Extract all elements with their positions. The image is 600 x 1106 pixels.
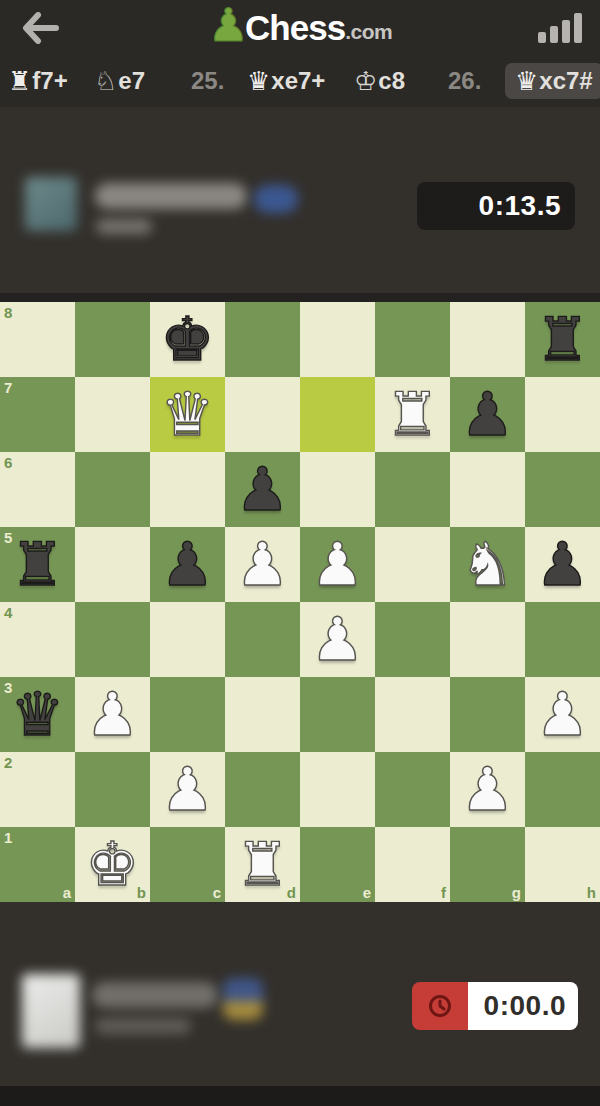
- square-b2[interactable]: [75, 752, 150, 827]
- square-e3[interactable]: [300, 677, 375, 752]
- square-a4[interactable]: 4: [0, 602, 75, 677]
- clock-top: 0:13.5: [417, 182, 575, 230]
- piece-wP-d5[interactable]: ♟: [225, 527, 300, 602]
- square-c6[interactable]: [150, 452, 225, 527]
- move-entry[interactable]: ♛xe7+: [247, 55, 325, 107]
- move-number: 25.: [191, 55, 224, 107]
- file-label-f: f: [441, 884, 446, 901]
- square-d5[interactable]: ♟: [225, 527, 300, 602]
- square-f8[interactable]: [375, 302, 450, 377]
- move-entry[interactable]: ♘e7: [94, 55, 145, 107]
- rook-figurine-icon: ♜: [8, 66, 31, 96]
- logo-text: Chess: [245, 8, 345, 48]
- square-d3[interactable]: [225, 677, 300, 752]
- back-icon[interactable]: [22, 12, 60, 44]
- square-g4[interactable]: [450, 602, 525, 677]
- square-h8[interactable]: ♜: [525, 302, 600, 377]
- square-h1[interactable]: h: [525, 827, 600, 902]
- square-e5[interactable]: ♟: [300, 527, 375, 602]
- square-e6[interactable]: [300, 452, 375, 527]
- square-g5[interactable]: ♞: [450, 527, 525, 602]
- move-list: ♜f7+ ♘e7 25. ♛xe7+ ♔c8 26. ♛xc7#: [0, 55, 600, 107]
- move-entry-current[interactable]: ♛xc7#: [505, 63, 600, 99]
- square-b5[interactable]: [75, 527, 150, 602]
- square-h5[interactable]: ♟: [525, 527, 600, 602]
- square-a3[interactable]: 3♛: [0, 677, 75, 752]
- clock-flag-red: [412, 982, 468, 1030]
- file-label-a: a: [63, 884, 71, 901]
- piece-wP-g2[interactable]: ♟: [450, 752, 525, 827]
- top-bar: ♟ Chess .com: [0, 0, 600, 55]
- square-g7[interactable]: ♟: [450, 377, 525, 452]
- square-c3[interactable]: [150, 677, 225, 752]
- square-a1[interactable]: 1a: [0, 827, 75, 902]
- square-b4[interactable]: [75, 602, 150, 677]
- square-g6[interactable]: [450, 452, 525, 527]
- chess-app-screen: ♟ Chess .com ♜f7+ ♘e7 25. ♛xe7+ ♔c8 26. …: [0, 0, 600, 1106]
- square-f5[interactable]: [375, 527, 450, 602]
- piece-bR-h8[interactable]: ♜: [525, 302, 600, 377]
- square-f7[interactable]: ♜: [375, 377, 450, 452]
- square-c4[interactable]: [150, 602, 225, 677]
- square-d4[interactable]: [225, 602, 300, 677]
- square-b1[interactable]: b♚: [75, 827, 150, 902]
- piece-wQ-c7[interactable]: ♛: [150, 377, 225, 452]
- player-subtext-blurred: [96, 219, 152, 234]
- rank-label-2: 2: [4, 754, 12, 771]
- square-d7[interactable]: [225, 377, 300, 452]
- rank-label-4: 4: [4, 604, 12, 621]
- piece-wR-f7[interactable]: ♜: [375, 377, 450, 452]
- flag-icon: [254, 185, 298, 213]
- board-top-shadow: [0, 293, 600, 302]
- square-h6[interactable]: [525, 452, 600, 527]
- clock-bottom: 0:00.0: [412, 982, 578, 1030]
- piece-wR-d1[interactable]: ♜: [225, 827, 300, 902]
- square-c1[interactable]: c: [150, 827, 225, 902]
- piece-bP-d6[interactable]: ♟: [225, 452, 300, 527]
- square-h4[interactable]: [525, 602, 600, 677]
- square-b8[interactable]: [75, 302, 150, 377]
- square-f6[interactable]: [375, 452, 450, 527]
- piece-wP-e5[interactable]: ♟: [300, 527, 375, 602]
- square-d6[interactable]: ♟: [225, 452, 300, 527]
- rank-label-6: 6: [4, 454, 12, 471]
- move-entry[interactable]: ♔c8: [354, 55, 405, 107]
- square-b7[interactable]: [75, 377, 150, 452]
- square-d1[interactable]: d♜: [225, 827, 300, 902]
- square-c5[interactable]: ♟: [150, 527, 225, 602]
- piece-bP-g7[interactable]: ♟: [450, 377, 525, 452]
- piece-bK-c8[interactable]: ♚: [150, 302, 225, 377]
- file-label-c: c: [213, 884, 221, 901]
- piece-bP-h5[interactable]: ♟: [525, 527, 600, 602]
- square-c8[interactable]: ♚: [150, 302, 225, 377]
- piece-wN-g5[interactable]: ♞: [450, 527, 525, 602]
- rank-label-1: 1: [4, 829, 12, 846]
- queen-figurine-icon: ♛: [247, 66, 270, 96]
- square-e8[interactable]: [300, 302, 375, 377]
- square-g8[interactable]: [450, 302, 525, 377]
- rank-label-8: 8: [4, 304, 12, 321]
- clock-bottom-time: 0:00.0: [468, 982, 578, 1030]
- logo-text-com: .com: [345, 20, 392, 44]
- square-a2[interactable]: 2: [0, 752, 75, 827]
- square-h2[interactable]: [525, 752, 600, 827]
- square-b6[interactable]: [75, 452, 150, 527]
- piece-wP-b3[interactable]: ♟: [75, 677, 150, 752]
- move-entry[interactable]: ♜f7+: [8, 55, 68, 107]
- square-f1[interactable]: f: [375, 827, 450, 902]
- square-e4[interactable]: ♟: [300, 602, 375, 677]
- player-name-blurred: [92, 982, 218, 1008]
- clock-icon: [427, 993, 453, 1019]
- queen-figurine-icon: ♛: [515, 66, 538, 96]
- piece-bR-a5[interactable]: ♜: [0, 527, 75, 602]
- square-g1[interactable]: g: [450, 827, 525, 902]
- file-label-h: h: [587, 884, 596, 901]
- square-e2[interactable]: [300, 752, 375, 827]
- piece-wP-c2[interactable]: ♟: [150, 752, 225, 827]
- file-label-e: e: [363, 884, 371, 901]
- piece-bQ-a3[interactable]: ♛: [0, 677, 75, 752]
- piece-bP-c5[interactable]: ♟: [150, 527, 225, 602]
- square-a8[interactable]: 8: [0, 302, 75, 377]
- player-name-blurred: [95, 183, 247, 209]
- square-g3[interactable]: [450, 677, 525, 752]
- move-number: 26.: [448, 55, 481, 107]
- chess-board: 8♚♜7♛♜♟6♟5♜♟♟♟♞♟4♟3♛♟♟2♟♟1ab♚cd♜efgh: [0, 302, 600, 902]
- avatar[interactable]: [25, 177, 77, 231]
- bottom-bar: [0, 1086, 600, 1106]
- square-a6[interactable]: 6: [0, 452, 75, 527]
- piece-wP-h3[interactable]: ♟: [525, 677, 600, 752]
- knight-figurine-icon: ♘: [94, 66, 117, 96]
- square-d8[interactable]: [225, 302, 300, 377]
- flag-icon: [223, 978, 263, 1020]
- square-a7[interactable]: 7: [0, 377, 75, 452]
- square-g2[interactable]: ♟: [450, 752, 525, 827]
- square-a5[interactable]: 5♜: [0, 527, 75, 602]
- square-f2[interactable]: [375, 752, 450, 827]
- player-subtext-blurred: [95, 1018, 191, 1034]
- square-f3[interactable]: [375, 677, 450, 752]
- piece-wP-e4[interactable]: ♟: [300, 602, 375, 677]
- square-h7[interactable]: [525, 377, 600, 452]
- connection-signal-icon: [538, 11, 586, 43]
- logo-pawn-icon: ♟: [208, 2, 249, 48]
- file-label-g: g: [512, 884, 521, 901]
- square-f4[interactable]: [375, 602, 450, 677]
- rank-label-7: 7: [4, 379, 12, 396]
- square-h3[interactable]: ♟: [525, 677, 600, 752]
- king-figurine-icon: ♔: [354, 66, 377, 96]
- square-d2[interactable]: [225, 752, 300, 827]
- square-b3[interactable]: ♟: [75, 677, 150, 752]
- chesscom-logo: ♟ Chess .com: [0, 0, 600, 55]
- square-c7[interactable]: ♛: [150, 377, 225, 452]
- square-e7[interactable]: [300, 377, 375, 452]
- piece-wK-b1[interactable]: ♚: [75, 827, 150, 902]
- square-c2[interactable]: ♟: [150, 752, 225, 827]
- avatar[interactable]: [22, 974, 80, 1048]
- square-e1[interactable]: e: [300, 827, 375, 902]
